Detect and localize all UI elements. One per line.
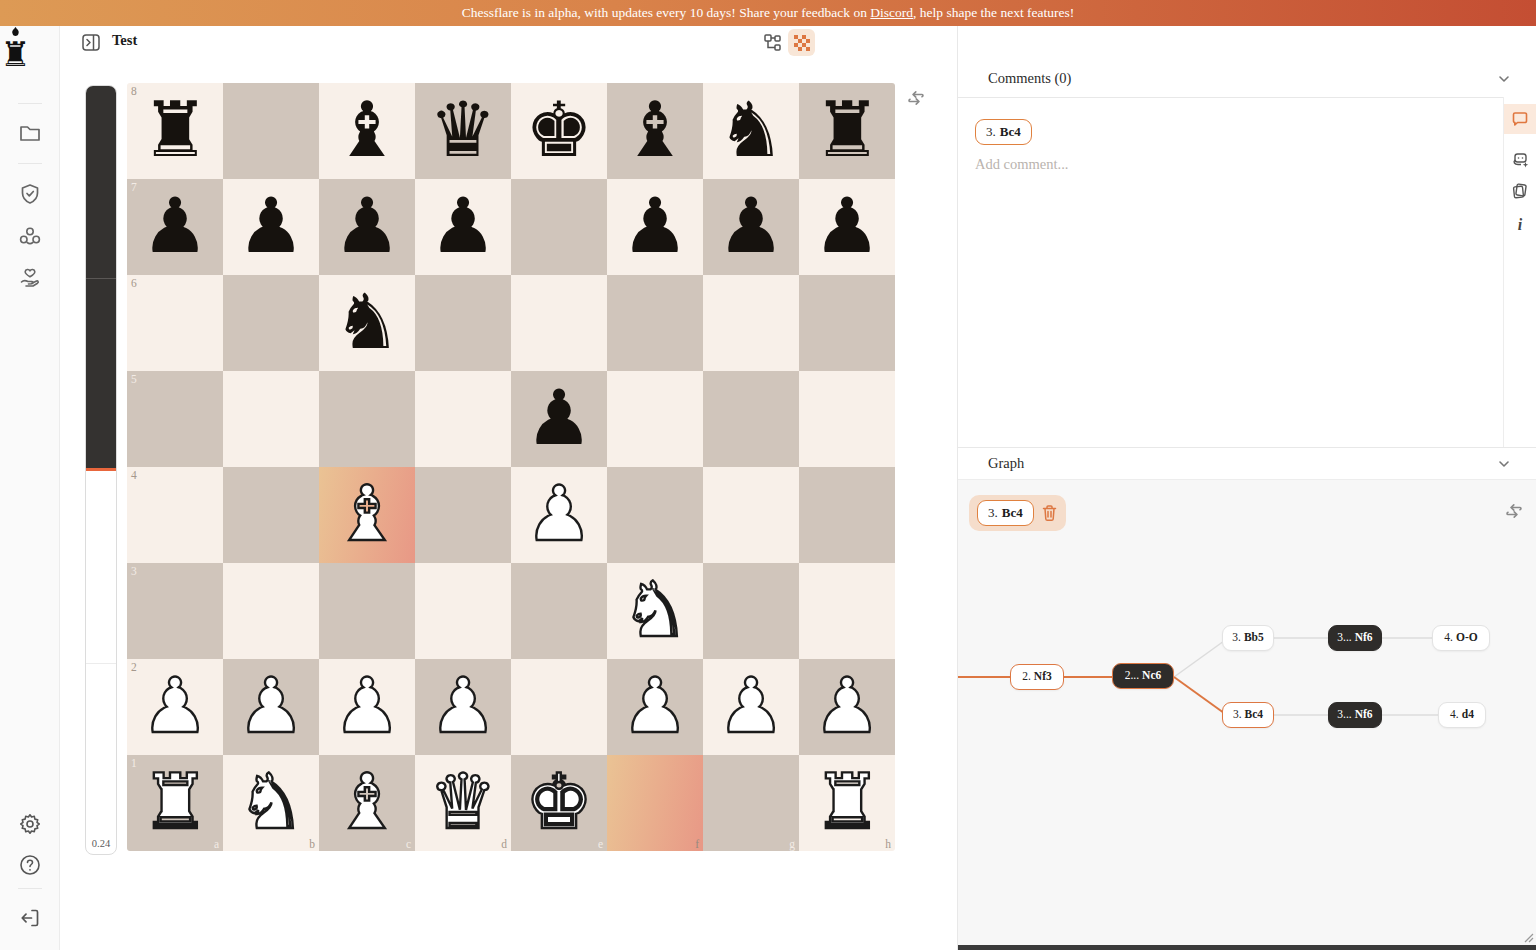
- square-f1[interactable]: f: [607, 755, 703, 851]
- rank-label-5: 5: [131, 373, 137, 385]
- rank-label-8: 8: [131, 85, 137, 97]
- settings-gear-icon[interactable]: [18, 812, 42, 836]
- square-h7[interactable]: ♟: [799, 179, 895, 275]
- comments-tab[interactable]: [1504, 104, 1536, 134]
- square-f2[interactable]: ♟: [607, 659, 703, 755]
- square-e7[interactable]: [511, 179, 607, 275]
- info-icon: i: [1518, 216, 1522, 234]
- move-san: Nf6: [1355, 631, 1373, 643]
- square-g7[interactable]: ♟: [703, 179, 799, 275]
- move-number: 3...: [1337, 708, 1351, 720]
- tree-node-nc6[interactable]: 2...Nc6: [1112, 663, 1174, 689]
- piece-black-king[interactable]: ♚: [511, 83, 607, 179]
- square-c8[interactable]: ♝: [319, 83, 415, 179]
- piece-white-pawn[interactable]: ♟: [223, 659, 319, 755]
- piece-black-knight[interactable]: ♞: [319, 275, 415, 371]
- square-h3[interactable]: [799, 563, 895, 659]
- square-c7[interactable]: ♟: [319, 179, 415, 275]
- piece-black-pawn[interactable]: ♟: [223, 179, 319, 275]
- piece-black-pawn[interactable]: ♟: [319, 179, 415, 275]
- piece-white-pawn[interactable]: ♟: [703, 659, 799, 755]
- rank-label-1: 1: [131, 757, 137, 769]
- delete-move-icon[interactable]: [1041, 504, 1058, 522]
- move-san: Bb5: [1244, 631, 1264, 643]
- eval-black-portion: [86, 86, 116, 468]
- graph-header: Graph: [988, 455, 1024, 472]
- move-san: Nf3: [1034, 670, 1052, 682]
- file-label-d: d: [501, 838, 507, 850]
- chevron-down-icon[interactable]: [1497, 72, 1511, 86]
- piece-white-pawn[interactable]: ♟: [607, 659, 703, 755]
- square-c5[interactable]: [319, 371, 415, 467]
- square-e2[interactable]: [511, 659, 607, 755]
- move-san: Nf6: [1355, 708, 1373, 720]
- square-e5[interactable]: ♟: [511, 371, 607, 467]
- community-icon[interactable]: [18, 224, 42, 248]
- piece-white-bishop[interactable]: ♝: [319, 755, 415, 851]
- flashcards-tab[interactable]: [1504, 176, 1536, 206]
- move-number: 3.: [988, 505, 998, 520]
- square-e8[interactable]: ♚: [511, 83, 607, 179]
- piece-white-knight[interactable]: ♞: [607, 563, 703, 659]
- resize-handle[interactable]: [1524, 933, 1534, 943]
- square-b7[interactable]: ♟: [223, 179, 319, 275]
- tree-node-oo[interactable]: 4.O-O: [1432, 625, 1490, 651]
- rank-label-4: 4: [131, 469, 137, 481]
- tree-node-nf6-top[interactable]: 3...Nf6: [1328, 625, 1382, 651]
- piece-white-king[interactable]: ♚: [511, 755, 607, 851]
- square-h1[interactable]: h♜: [799, 755, 895, 851]
- square-d4[interactable]: [415, 467, 511, 563]
- folder-icon[interactable]: [18, 121, 42, 145]
- square-d2[interactable]: ♟: [415, 659, 511, 755]
- square-g2[interactable]: ♟: [703, 659, 799, 755]
- chevron-down-icon[interactable]: [1497, 457, 1511, 471]
- logout-icon[interactable]: [18, 906, 42, 930]
- square-g1[interactable]: g: [703, 755, 799, 851]
- square-d8[interactable]: ♛: [415, 83, 511, 179]
- square-a8[interactable]: 8♜: [127, 83, 223, 179]
- eval-score: 0.24: [86, 838, 116, 849]
- square-d3[interactable]: [415, 563, 511, 659]
- eval-tick: [86, 278, 116, 279]
- piece-white-bishop[interactable]: ♝: [319, 467, 415, 563]
- square-b5[interactable]: [223, 371, 319, 467]
- study-title: Test: [112, 32, 137, 49]
- piece-white-pawn[interactable]: ♟: [319, 659, 415, 755]
- divider: [958, 447, 1536, 448]
- rank-label-3: 3: [131, 565, 137, 577]
- cards-icon: [1511, 182, 1529, 200]
- rank-label-7: 7: [131, 181, 137, 193]
- square-h8[interactable]: ♜: [799, 83, 895, 179]
- square-d6[interactable]: [415, 275, 511, 371]
- square-h6[interactable]: [799, 275, 895, 371]
- square-b1[interactable]: b♞: [223, 755, 319, 851]
- square-a5[interactable]: 5: [127, 371, 223, 467]
- move-san: Bc4: [1245, 708, 1264, 720]
- file-label-b: b: [309, 838, 315, 850]
- square-g4[interactable]: [703, 467, 799, 563]
- move-san: d4: [1462, 708, 1474, 720]
- square-b8[interactable]: [223, 83, 319, 179]
- piece-white-rook[interactable]: ♜: [127, 755, 223, 851]
- tree-view-icon[interactable]: [763, 33, 783, 53]
- piece-white-pawn[interactable]: ♟: [415, 659, 511, 755]
- chess-board[interactable]: 8♜♝♛♚♝♞♜7♟♟♟♟♟♟♟6♞5♟4♝♟3♞2♟♟♟♟♟♟♟1a♜b♞c♝…: [127, 83, 895, 851]
- square-c1[interactable]: c♝: [319, 755, 415, 851]
- engine-tab[interactable]: [1504, 144, 1536, 174]
- eval-tick: [86, 663, 116, 664]
- square-h4[interactable]: [799, 467, 895, 563]
- square-b6[interactable]: [223, 275, 319, 371]
- rank-label-2: 2: [131, 661, 137, 673]
- move-san: Bc4: [1000, 124, 1021, 139]
- comment-input[interactable]: [975, 156, 1395, 173]
- file-label-e: e: [598, 838, 603, 850]
- divider: [18, 163, 42, 164]
- square-f3[interactable]: ♞: [607, 563, 703, 659]
- piece-black-rook[interactable]: ♜: [127, 83, 223, 179]
- square-f5[interactable]: [607, 371, 703, 467]
- square-c4[interactable]: ♝: [319, 467, 415, 563]
- square-b4[interactable]: [223, 467, 319, 563]
- square-c6[interactable]: ♞: [319, 275, 415, 371]
- square-a6[interactable]: 6: [127, 275, 223, 371]
- tree-node-nf3[interactable]: 2.Nf3: [1010, 664, 1064, 690]
- square-d1[interactable]: d♛: [415, 755, 511, 851]
- square-h5[interactable]: [799, 371, 895, 467]
- divider: [18, 103, 42, 104]
- divider: [958, 97, 1536, 98]
- square-f6[interactable]: [607, 275, 703, 371]
- comments-header: Comments (0): [988, 70, 1071, 87]
- speech-bubble-icon: [1511, 110, 1529, 128]
- graph-panel: 3.Bc4 2.Nf3 2...Nc6 3.Bb5 3...Nf6 4.O-O …: [958, 479, 1536, 950]
- banner-text-after: , help shape the next features!: [913, 5, 1074, 20]
- square-b2[interactable]: ♟: [223, 659, 319, 755]
- app-logo-icon[interactable]: ♜: [0, 32, 30, 80]
- move-number: 2...: [1125, 669, 1139, 681]
- piece-black-pawn[interactable]: ♟: [511, 371, 607, 467]
- move-number: 3...: [1337, 631, 1351, 643]
- flip-board-icon[interactable]: [905, 87, 927, 109]
- discord-link[interactable]: Discord: [870, 5, 913, 20]
- piece-white-rook[interactable]: ♜: [799, 755, 895, 851]
- move-number: 4.: [1444, 631, 1453, 643]
- square-a1[interactable]: 1a♜: [127, 755, 223, 851]
- square-e6[interactable]: [511, 275, 607, 371]
- square-e4[interactable]: ♟: [511, 467, 607, 563]
- piece-white-queen[interactable]: ♛: [415, 755, 511, 851]
- piece-white-pawn[interactable]: ♟: [511, 467, 607, 563]
- piece-white-knight[interactable]: ♞: [223, 755, 319, 851]
- panel-icon-strip: i: [1503, 97, 1536, 447]
- square-g5[interactable]: [703, 371, 799, 467]
- piece-black-pawn[interactable]: ♟: [799, 179, 895, 275]
- piece-black-pawn[interactable]: ♟: [703, 179, 799, 275]
- selected-move-chip[interactable]: 3.Bc4: [977, 500, 1034, 526]
- piece-black-pawn[interactable]: ♟: [607, 179, 703, 275]
- square-e1[interactable]: e♚: [511, 755, 607, 851]
- eval-marker: [86, 468, 116, 471]
- move-san: Bc4: [1002, 505, 1023, 520]
- square-g6[interactable]: [703, 275, 799, 371]
- shield-check-icon[interactable]: [18, 182, 42, 206]
- file-label-g: g: [789, 838, 795, 850]
- piece-white-pawn[interactable]: ♟: [127, 659, 223, 755]
- square-f7[interactable]: ♟: [607, 179, 703, 275]
- tree-node-d4[interactable]: 4.d4: [1438, 702, 1486, 728]
- rank-label-6: 6: [131, 277, 137, 289]
- move-number: 3.: [986, 124, 996, 139]
- piece-black-queen[interactable]: ♛: [415, 83, 511, 179]
- file-label-h: h: [885, 838, 891, 850]
- file-label-f: f: [695, 838, 699, 850]
- evaluation-bar: 0.24: [85, 85, 117, 855]
- move-san: O-O: [1456, 631, 1478, 643]
- square-h2[interactable]: ♟: [799, 659, 895, 755]
- tree-node-nf6-bottom[interactable]: 3...Nf6: [1328, 702, 1382, 728]
- square-a2[interactable]: 2♟: [127, 659, 223, 755]
- square-c3[interactable]: [319, 563, 415, 659]
- square-a3[interactable]: 3: [127, 563, 223, 659]
- file-label-a: a: [214, 838, 219, 850]
- piece-white-pawn[interactable]: ♟: [799, 659, 895, 755]
- piece-black-bishop[interactable]: ♝: [319, 83, 415, 179]
- move-number: 3.: [1233, 708, 1242, 720]
- robot-sparkle-icon: [1511, 150, 1530, 169]
- piece-black-pawn[interactable]: ♟: [415, 179, 511, 275]
- divider: [18, 888, 42, 889]
- bottom-scrollbar[interactable]: [958, 945, 1536, 950]
- square-d5[interactable]: [415, 371, 511, 467]
- square-d7[interactable]: ♟: [415, 179, 511, 275]
- tree-node-bc4[interactable]: 3.Bc4: [1222, 702, 1274, 728]
- move-number: 2.: [1022, 670, 1031, 682]
- left-sidebar: ♜: [0, 26, 60, 950]
- piece-black-pawn[interactable]: ♟: [127, 179, 223, 275]
- square-f4[interactable]: [607, 467, 703, 563]
- piece-black-bishop[interactable]: ♝: [607, 83, 703, 179]
- panel-toggle-left-icon[interactable]: [82, 34, 100, 51]
- current-move-chip[interactable]: 3.Bc4: [975, 119, 1032, 145]
- info-tab[interactable]: i: [1504, 210, 1536, 240]
- checkerboard-icon: [794, 35, 810, 51]
- move-san: Nc6: [1142, 669, 1161, 681]
- piece-black-knight[interactable]: ♞: [703, 83, 799, 179]
- square-a7[interactable]: 7♟: [127, 179, 223, 275]
- piece-black-rook[interactable]: ♜: [799, 83, 895, 179]
- square-b3[interactable]: [223, 563, 319, 659]
- banner-text: Chessflare is in alpha, with updates eve…: [462, 5, 871, 20]
- help-icon[interactable]: [18, 853, 42, 877]
- square-e3[interactable]: [511, 563, 607, 659]
- move-number: 4.: [1450, 708, 1459, 720]
- move-number: 3.: [1232, 631, 1241, 643]
- board-view-button[interactable]: [788, 29, 815, 56]
- support-heart-icon[interactable]: [18, 266, 42, 290]
- graph-flip-icon[interactable]: [1503, 500, 1525, 522]
- square-g3[interactable]: [703, 563, 799, 659]
- file-label-c: c: [406, 838, 411, 850]
- square-c2[interactable]: ♟: [319, 659, 415, 755]
- alpha-banner: Chessflare is in alpha, with updates eve…: [0, 0, 1536, 26]
- square-f8[interactable]: ♝: [607, 83, 703, 179]
- tree-node-bb5[interactable]: 3.Bb5: [1222, 625, 1274, 651]
- right-panel: Comments (0) 3.Bc4 i Graph: [957, 26, 1536, 950]
- square-g8[interactable]: ♞: [703, 83, 799, 179]
- selected-move-group: 3.Bc4: [969, 495, 1066, 531]
- square-a4[interactable]: 4: [127, 467, 223, 563]
